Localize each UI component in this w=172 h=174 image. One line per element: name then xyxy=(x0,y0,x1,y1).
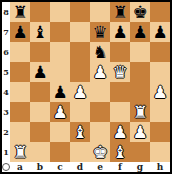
black-king: ♚ xyxy=(130,2,150,22)
white-queen: ♛ xyxy=(110,62,130,82)
square-f1[interactable]: ♝ xyxy=(110,142,130,162)
square-a1[interactable]: ♜ xyxy=(10,142,30,162)
black-bishop: ♝ xyxy=(30,22,50,42)
white-bishop: ♝ xyxy=(110,142,130,162)
square-d5[interactable] xyxy=(70,62,90,82)
file-label-a: a xyxy=(10,162,30,172)
square-d4[interactable]: ♟ xyxy=(70,82,90,102)
square-b4[interactable] xyxy=(30,82,50,102)
black-knight: ♞ xyxy=(90,42,110,62)
file-label-d: d xyxy=(70,162,90,172)
square-a4[interactable] xyxy=(10,82,30,102)
square-a5[interactable] xyxy=(10,62,30,82)
square-c7[interactable] xyxy=(50,22,70,42)
square-h4[interactable]: ♟ xyxy=(150,82,170,102)
white-pawn: ♟ xyxy=(130,122,150,142)
square-h5[interactable] xyxy=(150,62,170,82)
square-e2[interactable] xyxy=(90,122,110,142)
square-c8[interactable] xyxy=(50,2,70,22)
file-label-f: f xyxy=(110,162,130,172)
square-c1[interactable] xyxy=(50,142,70,162)
rank-labels: 87654321 xyxy=(2,2,10,162)
square-h8[interactable] xyxy=(150,2,170,22)
square-a3[interactable] xyxy=(10,102,30,122)
square-b7[interactable]: ♝ xyxy=(30,22,50,42)
square-b1[interactable] xyxy=(30,142,50,162)
square-g2[interactable]: ♟ xyxy=(130,122,150,142)
rank-label-1: 1 xyxy=(2,142,10,162)
square-a6[interactable] xyxy=(10,42,30,62)
file-labels: abcdefgh xyxy=(10,162,170,172)
square-h1[interactable] xyxy=(150,142,170,162)
black-pawn: ♟ xyxy=(130,22,150,42)
file-label-h: h xyxy=(150,162,170,172)
square-e3[interactable] xyxy=(90,102,110,122)
chess-board: ♜♜♚♟♝♛♟♟♟♞♟♟♛♟♟♟♟♜♝♟♟♜♚♝ xyxy=(10,2,170,162)
square-g1[interactable] xyxy=(130,142,150,162)
square-b8[interactable] xyxy=(30,2,50,22)
rank-label-8: 8 xyxy=(2,2,10,22)
rank-label-5: 5 xyxy=(2,62,10,82)
white-pawn: ♟ xyxy=(70,82,90,102)
white-to-move-indicator xyxy=(2,163,10,171)
file-label-g: g xyxy=(130,162,150,172)
chess-diagram: 87654321 ♜♜♚♟♝♛♟♟♟♞♟♟♛♟♟♟♟♜♝♟♟♜♚♝ abcdef… xyxy=(0,0,172,174)
square-b6[interactable] xyxy=(30,42,50,62)
white-bishop: ♝ xyxy=(70,122,90,142)
square-e7[interactable]: ♛ xyxy=(90,22,110,42)
square-a7[interactable]: ♟ xyxy=(10,22,30,42)
square-g4[interactable] xyxy=(130,82,150,102)
square-e1[interactable]: ♚ xyxy=(90,142,110,162)
square-e8[interactable] xyxy=(90,2,110,22)
square-g6[interactable] xyxy=(130,42,150,62)
square-b3[interactable] xyxy=(30,102,50,122)
black-rook: ♜ xyxy=(110,2,130,22)
white-pawn: ♟ xyxy=(90,62,110,82)
square-d7[interactable] xyxy=(70,22,90,42)
rank-label-4: 4 xyxy=(2,82,10,102)
square-f5[interactable]: ♛ xyxy=(110,62,130,82)
rank-label-3: 3 xyxy=(2,102,10,122)
square-b2[interactable] xyxy=(30,122,50,142)
square-f2[interactable]: ♟ xyxy=(110,122,130,142)
black-queen: ♛ xyxy=(90,22,110,42)
black-pawn: ♟ xyxy=(30,62,50,82)
square-h3[interactable] xyxy=(150,102,170,122)
square-g5[interactable] xyxy=(130,62,150,82)
square-d1[interactable] xyxy=(70,142,90,162)
white-pawn: ♟ xyxy=(50,102,70,122)
square-c3[interactable]: ♟ xyxy=(50,102,70,122)
square-f3[interactable] xyxy=(110,102,130,122)
turn-indicator-cell xyxy=(2,162,10,172)
square-a2[interactable] xyxy=(10,122,30,142)
white-rook: ♜ xyxy=(10,142,30,162)
square-c2[interactable] xyxy=(50,122,70,142)
square-f8[interactable]: ♜ xyxy=(110,2,130,22)
square-e6[interactable]: ♞ xyxy=(90,42,110,62)
square-d8[interactable] xyxy=(70,2,90,22)
square-a8[interactable]: ♜ xyxy=(10,2,30,22)
white-king: ♚ xyxy=(90,142,110,162)
square-g8[interactable]: ♚ xyxy=(130,2,150,22)
square-f4[interactable] xyxy=(110,82,130,102)
black-rook: ♜ xyxy=(10,2,30,22)
black-pawn: ♟ xyxy=(110,22,130,42)
square-h2[interactable] xyxy=(150,122,170,142)
square-g3[interactable]: ♜ xyxy=(130,102,150,122)
square-d2[interactable]: ♝ xyxy=(70,122,90,142)
square-e4[interactable] xyxy=(90,82,110,102)
white-pawn: ♟ xyxy=(110,122,130,142)
square-d3[interactable] xyxy=(70,102,90,122)
square-e5[interactable]: ♟ xyxy=(90,62,110,82)
rank-label-2: 2 xyxy=(2,122,10,142)
white-pawn: ♟ xyxy=(150,82,170,102)
square-f7[interactable]: ♟ xyxy=(110,22,130,42)
black-pawn: ♟ xyxy=(50,82,70,102)
square-f6[interactable] xyxy=(110,42,130,62)
square-c6[interactable] xyxy=(50,42,70,62)
square-g7[interactable]: ♟ xyxy=(130,22,150,42)
square-c4[interactable]: ♟ xyxy=(50,82,70,102)
square-b5[interactable]: ♟ xyxy=(30,62,50,82)
square-h7[interactable]: ♟ xyxy=(150,22,170,42)
square-h6[interactable] xyxy=(150,42,170,62)
file-label-b: b xyxy=(30,162,50,172)
black-pawn: ♟ xyxy=(150,22,170,42)
file-label-c: c xyxy=(50,162,70,172)
rank-label-7: 7 xyxy=(2,22,10,42)
file-label-e: e xyxy=(90,162,110,172)
square-c5[interactable] xyxy=(50,62,70,82)
rank-label-6: 6 xyxy=(2,42,10,62)
white-rook: ♜ xyxy=(130,102,150,122)
black-pawn: ♟ xyxy=(10,22,30,42)
square-d6[interactable] xyxy=(70,42,90,62)
